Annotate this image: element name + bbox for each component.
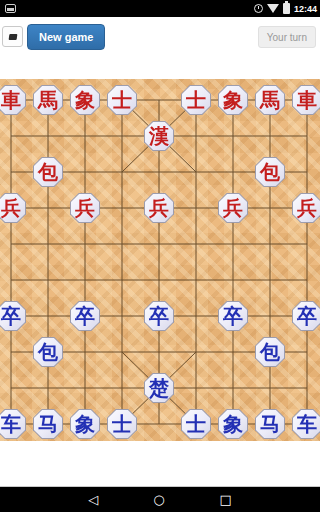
piece-glyph: 兵 (297, 198, 317, 218)
piece-glyph: 卒 (1, 306, 21, 326)
piece-glyph: 漢 (149, 126, 169, 146)
piece-han-cannon[interactable]: 包 (255, 157, 285, 187)
piece-glyph: 車 (1, 90, 21, 110)
piece-glyph: 士 (112, 414, 132, 434)
piece-cho-horse[interactable]: 马 (33, 409, 63, 439)
back-icon[interactable]: ◁ (88, 493, 98, 506)
piece-cho-soldier[interactable]: 卒 (144, 301, 174, 331)
piece-glyph: 包 (38, 342, 58, 362)
piece-glyph: 兵 (1, 198, 21, 218)
piece-glyph: 象 (75, 90, 95, 110)
piece-glyph: 象 (75, 414, 95, 434)
piece-cho-guard[interactable]: 士 (107, 409, 137, 439)
piece-glyph: 兵 (223, 198, 243, 218)
piece-glyph: 车 (1, 414, 21, 434)
piece-cho-general[interactable]: 楚 (144, 373, 174, 403)
piece-cho-chariot[interactable]: 车 (292, 409, 320, 439)
new-game-button[interactable]: New game (27, 24, 105, 50)
recents-icon[interactable]: □ (220, 493, 232, 506)
piece-han-guard[interactable]: 士 (107, 85, 137, 115)
piece-glyph: 卒 (297, 306, 317, 326)
toolbar: New game Your turn (0, 17, 320, 79)
clock-icon (254, 4, 263, 13)
piece-han-general[interactable]: 漢 (144, 121, 174, 151)
piece-glyph: 象 (223, 414, 243, 434)
piece-han-soldier[interactable]: 兵 (70, 193, 100, 223)
turn-status-badge: Your turn (258, 26, 316, 48)
piece-glyph: 兵 (149, 198, 169, 218)
piece-cho-soldier[interactable]: 卒 (218, 301, 248, 331)
piece-glyph: 车 (297, 414, 317, 434)
content-footer-space (0, 441, 320, 487)
piece-han-elephant[interactable]: 象 (70, 85, 100, 115)
piece-cho-elephant[interactable]: 象 (218, 409, 248, 439)
piece-cho-soldier[interactable]: 卒 (292, 301, 320, 331)
piece-glyph: 包 (260, 342, 280, 362)
notification-icon (5, 4, 16, 13)
piece-han-horse[interactable]: 馬 (255, 85, 285, 115)
piece-glyph: 士 (186, 414, 206, 434)
piece-han-soldier[interactable]: 兵 (144, 193, 174, 223)
piece-han-horse[interactable]: 馬 (33, 85, 63, 115)
piece-glyph: 楚 (149, 378, 169, 398)
piece-cho-elephant[interactable]: 象 (70, 409, 100, 439)
piece-glyph: 卒 (149, 306, 169, 326)
home-icon[interactable]: ○ (153, 493, 164, 506)
status-time: 12:44 (294, 4, 317, 14)
piece-cho-guard[interactable]: 士 (181, 409, 211, 439)
wifi-icon (267, 4, 279, 13)
piece-glyph: 马 (38, 414, 58, 434)
piece-cho-soldier[interactable]: 卒 (70, 301, 100, 331)
piece-cho-cannon[interactable]: 包 (33, 337, 63, 367)
piece-glyph: 車 (297, 90, 317, 110)
piece-glyph: 士 (186, 90, 206, 110)
battery-icon (283, 3, 290, 14)
piece-glyph: 象 (223, 90, 243, 110)
piece-glyph: 卒 (75, 306, 95, 326)
piece-glyph: 士 (112, 90, 132, 110)
piece-cho-horse[interactable]: 马 (255, 409, 285, 439)
android-nav-bar: ◁ ○ □ (0, 487, 320, 512)
status-bar: 12:44 (0, 0, 320, 17)
menu-button[interactable] (2, 26, 23, 47)
piece-glyph: 兵 (75, 198, 95, 218)
piece-han-guard[interactable]: 士 (181, 85, 211, 115)
janggi-board[interactable]: 車馬象士士象馬車漢包包兵兵兵兵兵卒卒卒卒卒包包楚车马象士士象马车 (0, 79, 320, 441)
piece-glyph: 包 (38, 162, 58, 182)
piece-han-soldier[interactable]: 兵 (292, 193, 320, 223)
piece-glyph: 卒 (223, 306, 243, 326)
piece-han-cannon[interactable]: 包 (33, 157, 63, 187)
piece-cho-cannon[interactable]: 包 (255, 337, 285, 367)
piece-han-elephant[interactable]: 象 (218, 85, 248, 115)
piece-glyph: 馬 (260, 90, 280, 110)
piece-han-soldier[interactable]: 兵 (218, 193, 248, 223)
piece-glyph: 包 (260, 162, 280, 182)
piece-han-chariot[interactable]: 車 (292, 85, 320, 115)
piece-glyph: 马 (260, 414, 280, 434)
piece-glyph: 馬 (38, 90, 58, 110)
menu-icon (8, 34, 17, 40)
